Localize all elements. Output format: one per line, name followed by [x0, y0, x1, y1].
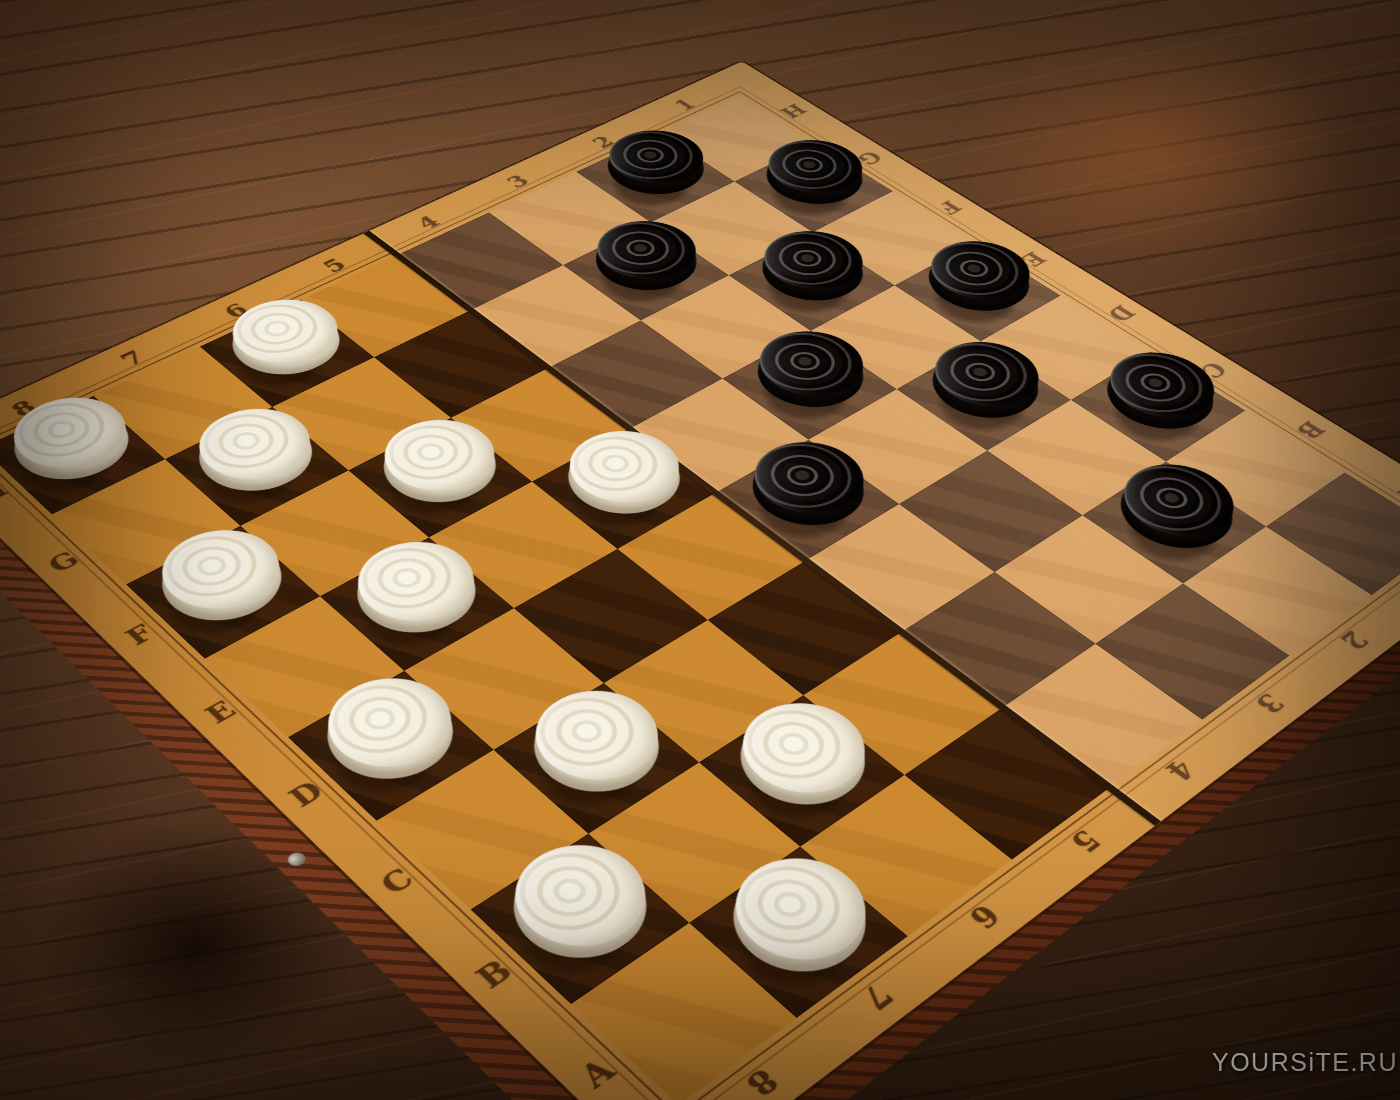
photo-stage: 87654321HHGGFFEEDDCCBBAA87654321 YOURSiT… — [0, 0, 1400, 1100]
square-a4[interactable] — [1003, 644, 1202, 788]
watermark: YOURSiTE.RU — [1212, 1048, 1398, 1077]
checkers-board: 87654321HHGGFFEEDDCCBBAA87654321 — [0, 61, 1400, 1100]
board-face: 87654321HHGGFFEEDDCCBBAA87654321 — [0, 61, 1400, 1100]
square-c5[interactable] — [708, 560, 902, 695]
square-d6[interactable] — [514, 549, 708, 683]
rank-label-near-a-1: 1 — [1372, 538, 1400, 626]
square-b4[interactable] — [902, 572, 1096, 707]
square-a3[interactable] — [1095, 584, 1289, 720]
square-a5[interactable] — [904, 707, 1109, 859]
board-scene: 87654321HHGGFFEEDDCCBBAA87654321 — [0, 0, 1400, 1100]
